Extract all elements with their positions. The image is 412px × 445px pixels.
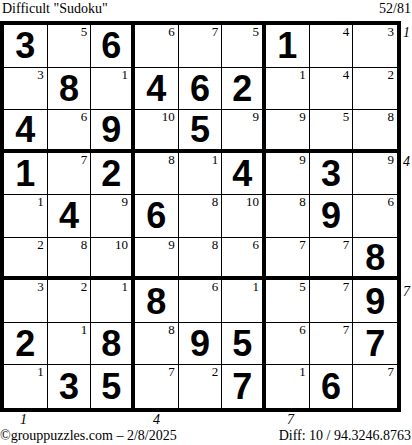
given-digit: 9 bbox=[365, 284, 385, 320]
cell-r9c1[interactable]: 1 bbox=[4, 365, 48, 408]
col-band-label-4: 4 bbox=[153, 412, 160, 427]
cell-r1c6[interactable]: 5 bbox=[222, 25, 266, 68]
pencil-mark: 7 bbox=[212, 25, 219, 40]
cell-r5c2[interactable]: 4 bbox=[48, 195, 92, 238]
pencil-mark: 10 bbox=[115, 238, 128, 253]
given-digit: 9 bbox=[190, 326, 210, 362]
cell-r2c2[interactable]: 8 bbox=[48, 68, 92, 111]
cell-r4c5[interactable]: 1 bbox=[179, 153, 223, 196]
cell-r8c3[interactable]: 8 bbox=[91, 323, 135, 366]
pencil-mark: 10 bbox=[246, 195, 259, 210]
cell-r3c7[interactable]: 9 bbox=[266, 110, 310, 153]
cell-r3c3[interactable]: 9 bbox=[91, 110, 135, 153]
pencil-mark: 7 bbox=[343, 238, 350, 253]
pencil-mark: 6 bbox=[253, 238, 260, 253]
pencil-mark: 7 bbox=[343, 280, 350, 295]
given-digit: 3 bbox=[15, 28, 35, 64]
pencil-mark: 7 bbox=[81, 153, 88, 168]
row-band-label-4: 4 bbox=[403, 154, 412, 170]
pencil-mark: 5 bbox=[81, 25, 88, 40]
cell-r4c7[interactable]: 9 bbox=[266, 153, 310, 196]
pencil-mark: 1 bbox=[81, 323, 88, 338]
cell-r5c6[interactable]: 10 bbox=[222, 195, 266, 238]
cell-r3c8[interactable]: 5 bbox=[310, 110, 354, 153]
cell-r7c7[interactable]: 5 bbox=[266, 280, 310, 323]
pencil-mark: 1 bbox=[299, 68, 306, 83]
given-digit: 4 bbox=[146, 71, 166, 107]
cell-r7c4[interactable]: 8 bbox=[135, 280, 179, 323]
pencil-mark: 2 bbox=[37, 238, 44, 253]
pencil-mark: 1 bbox=[253, 280, 260, 295]
pencil-mark: 1 bbox=[37, 365, 44, 380]
pencil-mark: 1 bbox=[37, 195, 44, 210]
pencil-mark: 9 bbox=[388, 153, 395, 168]
pencil-mark: 10 bbox=[162, 110, 175, 125]
puzzle-title: Difficult "Sudoku" bbox=[2, 1, 108, 17]
given-digit: 5 bbox=[190, 112, 210, 148]
cell-r8c7[interactable]: 6 bbox=[266, 323, 310, 366]
cell-r2c1[interactable]: 3 bbox=[4, 68, 48, 111]
pencil-mark: 1 bbox=[212, 153, 219, 168]
cell-r6c4[interactable]: 9 bbox=[135, 238, 179, 281]
cell-r3c2[interactable]: 6 bbox=[48, 110, 92, 153]
given-digit: 6 bbox=[190, 71, 210, 107]
pencil-mark: 7 bbox=[168, 365, 175, 380]
pencil-mark: 5 bbox=[299, 280, 306, 295]
cell-r9c3[interactable]: 5 bbox=[91, 365, 135, 408]
cell-r3c4[interactable]: 10 bbox=[135, 110, 179, 153]
cell-r9c7[interactable]: 1 bbox=[266, 365, 310, 408]
cell-r5c5[interactable]: 8 bbox=[179, 195, 223, 238]
cell-r6c5[interactable]: 8 bbox=[179, 238, 223, 281]
cell-r5c8[interactable]: 9 bbox=[310, 195, 354, 238]
cell-r8c5[interactable]: 9 bbox=[179, 323, 223, 366]
given-digit: 5 bbox=[232, 326, 252, 362]
pencil-mark: 9 bbox=[299, 153, 306, 168]
cell-r6c2[interactable]: 8 bbox=[48, 238, 92, 281]
given-digit: 8 bbox=[365, 240, 385, 276]
pencil-mark: 8 bbox=[168, 323, 175, 338]
cell-r1c2[interactable]: 5 bbox=[48, 25, 92, 68]
pencil-mark: 4 bbox=[343, 68, 350, 83]
cell-r8c2[interactable]: 1 bbox=[48, 323, 92, 366]
given-digit: 3 bbox=[321, 156, 341, 192]
pencil-mark: 3 bbox=[37, 280, 44, 295]
cell-r7c8[interactable]: 7 bbox=[310, 280, 354, 323]
pencil-mark: 1 bbox=[122, 68, 129, 83]
footer-difficulty: Diff: 10 / 94.3246.8763 bbox=[279, 428, 411, 444]
given-digit: 4 bbox=[232, 156, 252, 192]
cell-r6c7[interactable]: 7 bbox=[266, 238, 310, 281]
cell-r2c6[interactable]: 2 bbox=[222, 68, 266, 111]
cell-r6c6[interactable]: 6 bbox=[222, 238, 266, 281]
cell-r9c2[interactable]: 3 bbox=[48, 365, 92, 408]
cell-r2c3[interactable]: 1 bbox=[91, 68, 135, 111]
cell-r2c9[interactable]: 2 bbox=[353, 68, 397, 111]
pencil-mark: 8 bbox=[168, 153, 175, 168]
cell-r7c9[interactable]: 9 bbox=[353, 280, 397, 323]
given-digit: 2 bbox=[15, 326, 35, 362]
cell-r6c3[interactable]: 10 bbox=[91, 238, 135, 281]
pencil-mark: 6 bbox=[388, 195, 395, 210]
cell-r7c2[interactable]: 2 bbox=[48, 280, 92, 323]
cell-r7c6[interactable]: 1 bbox=[222, 280, 266, 323]
cell-r3c6[interactable]: 9 bbox=[222, 110, 266, 153]
cell-r9c6[interactable]: 7 bbox=[222, 365, 266, 408]
cell-r1c4[interactable]: 6 bbox=[135, 25, 179, 68]
cell-r4c8[interactable]: 3 bbox=[310, 153, 354, 196]
given-digit: 8 bbox=[101, 326, 121, 362]
cell-r1c5[interactable]: 7 bbox=[179, 25, 223, 68]
cell-r4c4[interactable]: 8 bbox=[135, 153, 179, 196]
cell-r3c5[interactable]: 5 bbox=[179, 110, 223, 153]
cell-r9c8[interactable]: 6 bbox=[310, 365, 354, 408]
cell-r5c4[interactable]: 6 bbox=[135, 195, 179, 238]
pencil-mark: 6 bbox=[212, 280, 219, 295]
cell-r4c9[interactable]: 9 bbox=[353, 153, 397, 196]
cell-r1c3[interactable]: 6 bbox=[91, 25, 135, 68]
given-digit: 4 bbox=[59, 198, 79, 234]
given-digit: 8 bbox=[146, 284, 166, 320]
given-digit: 3 bbox=[59, 369, 79, 405]
pencil-mark: 9 bbox=[253, 110, 260, 125]
cell-r8c6[interactable]: 5 bbox=[222, 323, 266, 366]
pencil-mark: 8 bbox=[212, 238, 219, 253]
cell-r2c8[interactable]: 4 bbox=[310, 68, 354, 111]
cell-r5c9[interactable]: 6 bbox=[353, 195, 397, 238]
cell-r5c3[interactable]: 9 bbox=[91, 195, 135, 238]
sudoku-page: Difficult "Sudoku" 52/81 356675143381462… bbox=[0, 0, 412, 445]
pencil-mark: 3 bbox=[37, 68, 44, 83]
given-digit: 1 bbox=[15, 156, 35, 192]
cell-r3c9[interactable]: 8 bbox=[353, 110, 397, 153]
cell-r6c9[interactable]: 8 bbox=[353, 238, 397, 281]
cell-r2c7[interactable]: 1 bbox=[266, 68, 310, 111]
cell-r1c1[interactable]: 3 bbox=[4, 25, 48, 68]
cell-r4c3[interactable]: 2 bbox=[91, 153, 135, 196]
given-digit: 9 bbox=[321, 198, 341, 234]
pencil-mark: 2 bbox=[388, 68, 395, 83]
given-digit: 6 bbox=[321, 369, 341, 405]
cell-r1c8[interactable]: 4 bbox=[310, 25, 354, 68]
cell-r7c3[interactable]: 1 bbox=[91, 280, 135, 323]
pencil-mark: 7 bbox=[299, 238, 306, 253]
cell-r6c8[interactable]: 7 bbox=[310, 238, 354, 281]
cell-r8c8[interactable]: 7 bbox=[310, 323, 354, 366]
pencil-mark: 8 bbox=[299, 195, 306, 210]
pencil-mark: 6 bbox=[81, 110, 88, 125]
pencil-mark: 5 bbox=[343, 110, 350, 125]
progress-counter: 52/81 bbox=[379, 1, 411, 17]
cell-r5c1[interactable]: 1 bbox=[4, 195, 48, 238]
pencil-mark: 8 bbox=[212, 195, 219, 210]
pencil-mark: 9 bbox=[299, 110, 306, 125]
pencil-mark: 3 bbox=[388, 25, 395, 40]
cell-r8c1[interactable]: 2 bbox=[4, 323, 48, 366]
given-digit: 2 bbox=[232, 71, 252, 107]
pencil-mark: 5 bbox=[253, 25, 260, 40]
given-digit: 8 bbox=[59, 71, 79, 107]
cell-r5c7[interactable]: 8 bbox=[266, 195, 310, 238]
footer-copyright-date: ©grouppuzzles.com – 2/8/2025 bbox=[0, 428, 177, 444]
cell-r4c1[interactable]: 1 bbox=[4, 153, 48, 196]
pencil-mark: 6 bbox=[168, 25, 175, 40]
given-digit: 2 bbox=[101, 156, 121, 192]
cell-r9c9[interactable]: 7 bbox=[353, 365, 397, 408]
cell-r4c6[interactable]: 4 bbox=[222, 153, 266, 196]
cell-r7c5[interactable]: 6 bbox=[179, 280, 223, 323]
col-band-label-7: 7 bbox=[287, 412, 294, 427]
cell-r1c7[interactable]: 1 bbox=[266, 25, 310, 68]
given-digit: 1 bbox=[277, 28, 297, 64]
pencil-mark: 8 bbox=[81, 238, 88, 253]
row-band-label-7: 7 bbox=[403, 284, 412, 300]
given-digit: 9 bbox=[101, 112, 121, 148]
given-digit: 6 bbox=[101, 28, 121, 64]
pencil-mark: 6 bbox=[299, 323, 306, 338]
pencil-mark: 8 bbox=[388, 110, 395, 125]
pencil-mark: 2 bbox=[212, 365, 219, 380]
pencil-mark: 9 bbox=[122, 195, 129, 210]
pencil-mark: 1 bbox=[122, 280, 129, 295]
pencil-mark: 1 bbox=[299, 365, 306, 380]
given-digit: 7 bbox=[232, 369, 252, 405]
cell-r2c4[interactable]: 4 bbox=[135, 68, 179, 111]
pencil-mark: 4 bbox=[343, 25, 350, 40]
cell-r4c2[interactable]: 7 bbox=[48, 153, 92, 196]
pencil-mark: 7 bbox=[388, 365, 395, 380]
cell-r1c9[interactable]: 3 bbox=[353, 25, 397, 68]
cell-r9c4[interactable]: 7 bbox=[135, 365, 179, 408]
cell-r8c4[interactable]: 8 bbox=[135, 323, 179, 366]
row-band-label-1: 1 bbox=[403, 25, 412, 41]
sudoku-board: 3566751433814621424691059958172814939149… bbox=[0, 21, 401, 412]
given-digit: 5 bbox=[101, 369, 121, 405]
cell-r2c5[interactable]: 6 bbox=[179, 68, 223, 111]
col-band-label-1: 1 bbox=[20, 412, 27, 427]
pencil-mark: 9 bbox=[168, 238, 175, 253]
pencil-mark: 2 bbox=[81, 280, 88, 295]
cell-r3c1[interactable]: 4 bbox=[4, 110, 48, 153]
cell-r9c5[interactable]: 2 bbox=[179, 365, 223, 408]
given-digit: 4 bbox=[15, 112, 35, 148]
cell-r6c1[interactable]: 2 bbox=[4, 238, 48, 281]
cell-r8c9[interactable]: 7 bbox=[353, 323, 397, 366]
pencil-mark: 7 bbox=[343, 323, 350, 338]
given-digit: 7 bbox=[365, 326, 385, 362]
cell-r7c1[interactable]: 3 bbox=[4, 280, 48, 323]
given-digit: 6 bbox=[146, 198, 166, 234]
